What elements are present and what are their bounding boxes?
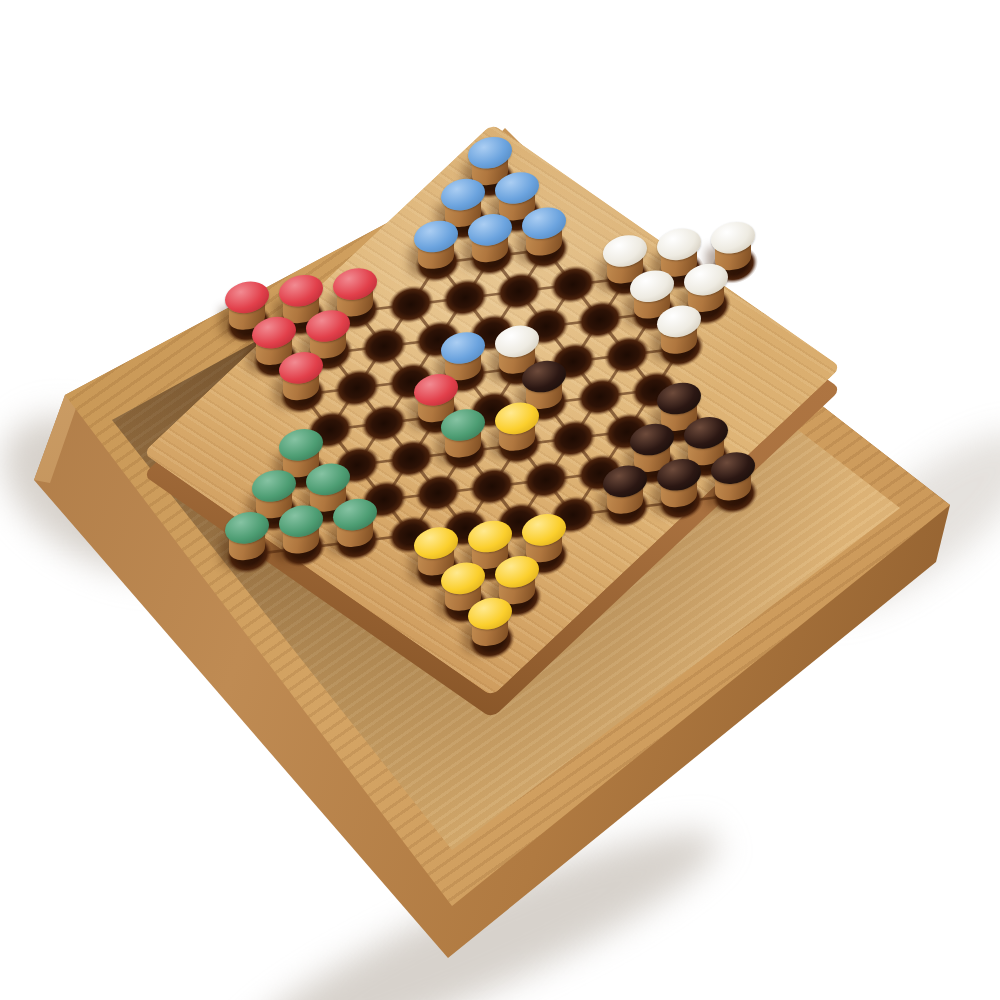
peg-green [441,406,485,461]
peg-dark-brown [711,450,755,505]
board-surface [143,124,842,697]
peg-blue [414,218,458,273]
peg-green [279,503,323,558]
peg-green [225,510,269,565]
peg-green [333,496,377,551]
peg-red [279,350,323,405]
peg-yellow [495,400,539,455]
peg-dark-brown [657,457,701,512]
peg-white [657,303,701,358]
peg-blue [468,211,512,266]
peg-yellow [468,595,512,650]
star-grid [212,121,772,698]
product-photo [0,0,1000,1000]
peg-blue [522,205,566,260]
peg-dark-brown [603,463,647,518]
